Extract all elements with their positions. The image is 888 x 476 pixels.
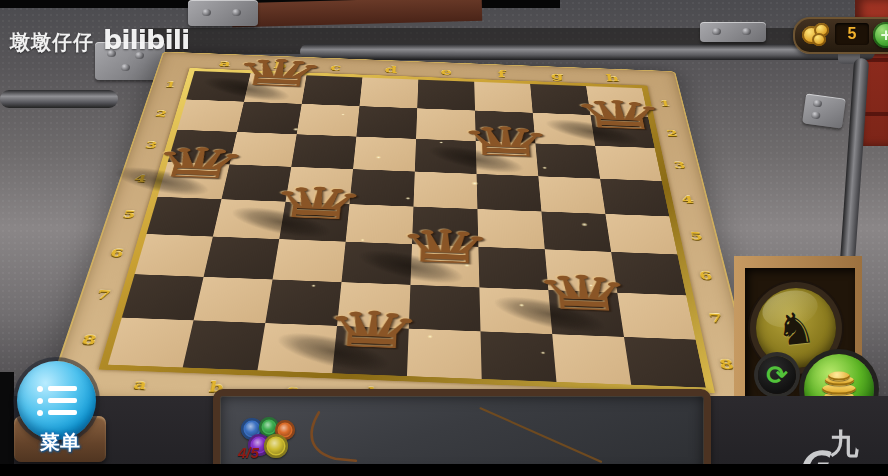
queen-a4[interactable]: ♛ bbox=[129, 144, 266, 183]
file-label-top-g: g bbox=[529, 68, 586, 83]
square-f1[interactable] bbox=[474, 82, 532, 113]
file-label-top-f: f bbox=[474, 66, 530, 81]
letterbox-bottom bbox=[0, 464, 888, 476]
row-label-right-3: 3 bbox=[659, 148, 700, 182]
uploader-name: 墩墩仔仔 bbox=[10, 29, 94, 56]
square-a6[interactable] bbox=[135, 234, 213, 277]
coin-balance: 5 bbox=[835, 23, 869, 45]
bilibili-logo: bilibili bbox=[103, 24, 189, 55]
queen-f3[interactable]: ♛ bbox=[443, 123, 569, 161]
square-d3[interactable] bbox=[353, 137, 416, 172]
square-a2[interactable] bbox=[177, 99, 244, 132]
square-c6[interactable] bbox=[273, 239, 346, 282]
square-a8[interactable] bbox=[108, 318, 194, 368]
add-coins-button[interactable]: + bbox=[873, 22, 888, 48]
square-f4[interactable] bbox=[477, 174, 542, 212]
square-b8[interactable] bbox=[183, 320, 266, 370]
square-a5[interactable] bbox=[147, 197, 222, 237]
square-c3[interactable] bbox=[291, 134, 356, 169]
knight-horse-icon: ♞ bbox=[774, 301, 819, 356]
menu-button-group: 菜单 bbox=[0, 355, 120, 465]
square-g5[interactable] bbox=[541, 211, 611, 251]
square-h4[interactable] bbox=[600, 179, 669, 217]
square-b6[interactable] bbox=[204, 237, 280, 280]
square-a7[interactable] bbox=[122, 274, 204, 320]
row-label-right-4: 4 bbox=[667, 181, 710, 218]
queen-c5[interactable]: ♛ bbox=[247, 183, 385, 224]
uploader-watermark: 墩墩仔仔 bilibili bbox=[10, 24, 189, 56]
refresh-button[interactable]: ⟳ bbox=[758, 356, 796, 394]
square-g4[interactable] bbox=[538, 176, 605, 214]
square-e4[interactable] bbox=[413, 172, 477, 209]
menu-label: 菜单 bbox=[14, 429, 106, 456]
row-label-right-5: 5 bbox=[674, 217, 719, 256]
sparkle bbox=[439, 141, 443, 143]
square-f8[interactable] bbox=[480, 331, 556, 382]
queen-g7[interactable]: ♛ bbox=[510, 271, 658, 316]
refresh-icon: ⟳ bbox=[766, 360, 788, 390]
square-e1[interactable] bbox=[417, 80, 475, 111]
queen-e6[interactable]: ♛ bbox=[375, 226, 516, 269]
chalk-scratches bbox=[220, 396, 704, 473]
square-g8[interactable] bbox=[552, 334, 631, 385]
game-screen: aa11bb22cc33dd44ee55ff66gg77hh88 ♛♛♛♛♛♛♛… bbox=[0, 0, 888, 476]
queen-h2[interactable]: ♛ bbox=[557, 97, 683, 133]
square-c2[interactable] bbox=[297, 104, 360, 137]
file-label-top-h: h bbox=[584, 70, 642, 85]
row-label-right-6: 6 bbox=[683, 255, 730, 297]
square-h5[interactable] bbox=[605, 214, 677, 254]
square-h8[interactable] bbox=[624, 337, 706, 388]
square-b7[interactable] bbox=[194, 277, 273, 323]
queen-d8[interactable]: ♛ bbox=[295, 307, 447, 354]
chess-board: aa11bb22cc33dd44ee55ff66gg77hh88 ♛♛♛♛♛♛♛… bbox=[46, 52, 765, 425]
square-d2[interactable] bbox=[356, 106, 417, 139]
progress-panel: 4/5 bbox=[213, 389, 711, 476]
square-d1[interactable] bbox=[359, 78, 418, 109]
file-label-top-e: e bbox=[418, 64, 474, 79]
square-h3[interactable] bbox=[595, 146, 662, 181]
file-label-top-d: d bbox=[363, 62, 419, 77]
list-menu-icon bbox=[37, 386, 77, 416]
queen-b1[interactable]: ♛ bbox=[217, 56, 339, 91]
gold-coins-icon bbox=[802, 23, 832, 48]
coin-panel: 5 + bbox=[793, 17, 888, 54]
